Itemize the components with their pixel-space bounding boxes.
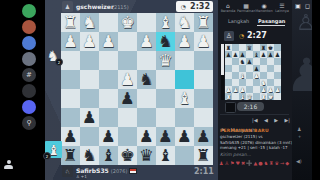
piece-white-knight: ♞ bbox=[261, 79, 266, 86]
square-b5[interactable]: ♝ bbox=[175, 89, 194, 108]
avatar[interactable]: ♘ bbox=[62, 166, 73, 177]
square-g2[interactable]: ♟ bbox=[80, 32, 99, 51]
mini-chess-board[interactable]: ♜♛♜♚♟♟♟♝♟♟♟♞♟♟♝♟♞♟♟♟♟♟♟♜♝♛♜♚ bbox=[225, 44, 281, 100]
background-artwork: ♟ ♙ ▣ ◻ ♟ ＋ ◀) bbox=[292, 0, 312, 180]
emoji-reaction-6[interactable]: ➕ bbox=[246, 160, 252, 166]
square-d7[interactable] bbox=[246, 51, 253, 58]
square-g6[interactable]: ♟ bbox=[80, 108, 99, 127]
emoji-reaction-11[interactable]: ♛ bbox=[275, 160, 279, 166]
news-title: PERMAINAN BARU bbox=[220, 128, 269, 133]
player-rating-bottom: (2076) bbox=[111, 168, 128, 174]
piece-black-knight: ♞ bbox=[139, 70, 154, 89]
square-h3[interactable] bbox=[61, 51, 80, 70]
avatar[interactable]: ♟ bbox=[62, 1, 73, 12]
piece-white-pawn: ♟ bbox=[177, 32, 192, 51]
square-a4[interactable] bbox=[225, 72, 232, 79]
first-move-button[interactable]: |◀ bbox=[252, 117, 258, 123]
square-b5[interactable] bbox=[232, 65, 239, 72]
floating-white-bishop[interactable]: ♝ 2 bbox=[45, 141, 62, 158]
active-tab-underline bbox=[257, 25, 285, 26]
emoji-reaction-9[interactable]: ♞ bbox=[264, 160, 268, 166]
square-b2[interactable]: ♟ bbox=[175, 32, 194, 51]
square-a1[interactable]: ♜ bbox=[194, 13, 213, 32]
piece-black-rook: ♜ bbox=[196, 146, 211, 165]
square-c2[interactable]: ♞ bbox=[156, 32, 175, 51]
piece-white-pawn: ♟ bbox=[240, 86, 245, 93]
square-f1[interactable] bbox=[99, 13, 118, 32]
screen: #⚲ ♟ gschweizer (2115) ◔ 2:32 ♜♞♚♝♞♜♟♟♟♟… bbox=[0, 0, 320, 180]
server-icon-4[interactable] bbox=[22, 52, 36, 66]
piece-white-pawn: ♟ bbox=[196, 32, 211, 51]
mini-black-avatar[interactable] bbox=[225, 102, 236, 113]
piece-black-pawn: ♟ bbox=[196, 127, 211, 146]
pawn-artwork-icon: ♟ bbox=[292, 48, 312, 102]
square-d4[interactable]: ♞ bbox=[137, 70, 156, 89]
server-icon-2[interactable] bbox=[22, 20, 36, 34]
square-f8[interactable]: ♜ bbox=[260, 44, 267, 51]
square-a8[interactable]: ♜ bbox=[225, 44, 232, 51]
emoji-reaction-1[interactable]: ♟ bbox=[219, 160, 223, 166]
square-h8[interactable] bbox=[274, 44, 281, 51]
chat-input[interactable]: Kirim pesan... bbox=[220, 152, 251, 157]
square-g8[interactable]: ♞ bbox=[80, 146, 99, 165]
square-c2[interactable]: ♟ bbox=[239, 86, 246, 93]
square-b6[interactable] bbox=[232, 58, 239, 65]
challenge-pawn-icon[interactable]: ♟ bbox=[297, 126, 301, 132]
piece-black-pawn: ♟ bbox=[275, 51, 280, 58]
square-c3[interactable]: ♛ bbox=[156, 51, 175, 70]
piece-black-pawn: ♟ bbox=[158, 127, 173, 146]
square-g1[interactable]: ♞ bbox=[80, 13, 99, 32]
square-d8[interactable]: ♛ bbox=[246, 44, 253, 51]
square-f7[interactable]: ♟ bbox=[99, 127, 118, 146]
piece-black-pawn: ♟ bbox=[82, 108, 97, 127]
square-h5[interactable] bbox=[61, 89, 80, 108]
square-h3[interactable] bbox=[274, 79, 281, 86]
square-d3[interactable] bbox=[137, 51, 156, 70]
square-a3[interactable] bbox=[225, 79, 232, 86]
piece-black-queen: ♛ bbox=[247, 44, 252, 51]
square-d2[interactable] bbox=[246, 86, 253, 93]
square-f4[interactable] bbox=[99, 70, 118, 89]
search-icon[interactable]: ⚲ bbox=[22, 116, 36, 130]
nav-watch[interactable]: ◉ Menonton bbox=[255, 2, 273, 15]
square-d7[interactable]: ♟ bbox=[137, 127, 156, 146]
piece-white-bishop: ♝ bbox=[177, 89, 192, 108]
piece-white-bishop: ♝ bbox=[240, 72, 245, 79]
square-b1[interactable]: ♞ bbox=[175, 13, 194, 32]
piece-black-bishop: ♝ bbox=[254, 51, 259, 58]
square-e8[interactable] bbox=[253, 44, 260, 51]
clock-top: ◔ 2:32 bbox=[176, 1, 213, 12]
piece-white-rook: ♜ bbox=[63, 13, 78, 32]
divider bbox=[220, 114, 289, 115]
piece-white-pawn: ♟ bbox=[101, 32, 116, 51]
mini-white-avatar[interactable]: ♙ bbox=[224, 31, 234, 41]
piece-white-pawn: ♟ bbox=[268, 86, 273, 93]
nav-home[interactable]: ⌂ Beranda bbox=[219, 2, 237, 15]
count-badge: 2 bbox=[55, 58, 63, 66]
square-b7[interactable]: ♟ bbox=[175, 127, 194, 146]
square-b6[interactable] bbox=[175, 108, 194, 127]
piece-black-knight: ♞ bbox=[82, 146, 97, 165]
square-c6[interactable] bbox=[156, 108, 175, 127]
square-b8[interactable] bbox=[175, 146, 194, 165]
square-e1[interactable]: ♚ bbox=[118, 13, 137, 32]
square-a1[interactable]: ♜ bbox=[225, 93, 232, 100]
square-h4[interactable] bbox=[274, 72, 281, 79]
home-icon: ⌂ bbox=[219, 2, 237, 9]
player-rating-top: (2115) bbox=[112, 4, 129, 10]
square-e5[interactable]: ♟ bbox=[118, 89, 137, 108]
square-g5[interactable] bbox=[267, 65, 274, 72]
piece-black-pawn: ♟ bbox=[63, 127, 78, 146]
square-h6[interactable] bbox=[274, 58, 281, 65]
square-a2[interactable]: ♟ bbox=[194, 32, 213, 51]
square-a8[interactable]: ♜ bbox=[194, 146, 213, 165]
square-c4[interactable] bbox=[156, 70, 175, 89]
piece-white-pawn: ♟ bbox=[120, 70, 135, 89]
square-a7[interactable]: ♟ bbox=[225, 51, 232, 58]
square-d1[interactable]: ♛ bbox=[246, 93, 253, 100]
news-line-3: menang +21 | seri -15 | kalah -17 bbox=[220, 145, 288, 151]
square-e5[interactable]: ♟ bbox=[253, 65, 260, 72]
piece-white-queen: ♛ bbox=[158, 51, 173, 70]
emoji-reaction-5[interactable]: ✖ bbox=[241, 160, 245, 166]
piece-white-rook: ♜ bbox=[226, 93, 231, 100]
player-name-bottom[interactable]: SafirbS35 bbox=[76, 167, 109, 174]
piece-white-king: ♚ bbox=[268, 93, 273, 100]
board-icon: ▦ bbox=[237, 2, 255, 9]
piece-white-knight: ♞ bbox=[177, 13, 192, 32]
square-g8[interactable]: ♚ bbox=[267, 44, 274, 51]
square-h1[interactable] bbox=[274, 93, 281, 100]
square-g5[interactable] bbox=[80, 89, 99, 108]
prev-move-button[interactable]: ◀ bbox=[264, 117, 268, 123]
square-b1[interactable] bbox=[232, 93, 239, 100]
piece-black-rook: ♜ bbox=[261, 44, 266, 51]
user-voice-icon[interactable] bbox=[4, 160, 13, 169]
square-c4[interactable]: ♝ bbox=[239, 72, 246, 79]
piece-black-pawn: ♟ bbox=[240, 51, 245, 58]
square-f3[interactable]: ♞ bbox=[260, 79, 267, 86]
piece-white-bishop: ♝ bbox=[158, 13, 173, 32]
piece-black-pawn: ♟ bbox=[139, 127, 154, 146]
emoji-reaction-13[interactable]: ◆ bbox=[285, 160, 289, 166]
clock-bottom: 2:11 bbox=[194, 167, 214, 176]
square-d1[interactable] bbox=[137, 13, 156, 32]
indonesia-flag-icon bbox=[129, 168, 137, 174]
emoji-reaction-7[interactable]: ▲ bbox=[253, 160, 257, 166]
tab-moves[interactable]: Langkah bbox=[228, 18, 249, 24]
square-b3[interactable] bbox=[232, 79, 239, 86]
square-g2[interactable]: ♟ bbox=[267, 86, 274, 93]
clock-icon: ◔ bbox=[239, 32, 244, 39]
piece-black-rook: ♜ bbox=[226, 44, 231, 51]
square-e4[interactable]: ♟ bbox=[118, 70, 137, 89]
square-c8[interactable] bbox=[239, 44, 246, 51]
square-d3[interactable] bbox=[246, 79, 253, 86]
square-g4[interactable] bbox=[80, 70, 99, 89]
square-b4[interactable] bbox=[232, 72, 239, 79]
square-h8[interactable]: ♜ bbox=[61, 146, 80, 165]
square-c5[interactable] bbox=[239, 65, 246, 72]
square-d2[interactable]: ♟ bbox=[137, 32, 156, 51]
square-f2[interactable]: ♟ bbox=[260, 86, 267, 93]
piece-black-knight: ♞ bbox=[240, 58, 245, 65]
watch-icon: ◉ bbox=[255, 2, 273, 9]
emoji-reaction-12[interactable]: → bbox=[280, 160, 284, 166]
square-b2[interactable]: ♟ bbox=[232, 86, 239, 93]
square-e3[interactable] bbox=[118, 51, 137, 70]
square-h6[interactable] bbox=[61, 108, 80, 127]
square-a3[interactable] bbox=[194, 51, 213, 70]
player-name-top[interactable]: gschweizer bbox=[76, 3, 114, 10]
nav-games[interactable]: ▦ Permainan bbox=[237, 2, 255, 15]
piece-black-pawn: ♟ bbox=[101, 127, 116, 146]
chess-board[interactable]: ♜♞♚♝♞♜♟♟♟♟♞♟♟♛♟♞♟♝♟♟♟♟♟♟♟♜♞♝♚♛♝♜ bbox=[61, 13, 213, 165]
square-e3[interactable] bbox=[253, 79, 260, 86]
square-a6[interactable] bbox=[194, 108, 213, 127]
piece-black-bishop: ♝ bbox=[101, 146, 116, 165]
player-info-bottom: SafirbS35 (2076) bbox=[76, 167, 137, 174]
square-c8[interactable]: ♝ bbox=[156, 146, 175, 165]
square-g1[interactable]: ♚ bbox=[267, 93, 274, 100]
server-icon-5[interactable] bbox=[22, 84, 36, 98]
piece-black-pawn: ♟ bbox=[226, 51, 231, 58]
square-f3[interactable] bbox=[99, 51, 118, 70]
square-g3[interactable] bbox=[80, 51, 99, 70]
piece-black-rook: ♜ bbox=[63, 146, 78, 165]
piece-white-bishop: ♝ bbox=[240, 93, 245, 100]
move-controls: |◀ ◀ ▶ ▶| bbox=[252, 117, 290, 123]
emoji-reaction-3[interactable]: ⚑ bbox=[230, 160, 234, 166]
server-icon-6[interactable] bbox=[22, 100, 36, 114]
more-icon: ☰ bbox=[273, 2, 291, 9]
panel-nav: ⌂ Beranda ▦ Permainan ◉ Menonton ☰ Lainn… bbox=[219, 2, 291, 15]
pawn-artwork-icon: ♙ bbox=[296, 10, 312, 35]
count-badge: 2 bbox=[43, 152, 51, 160]
piece-white-rook: ♜ bbox=[196, 13, 211, 32]
square-d5[interactable] bbox=[246, 65, 253, 72]
add-icon[interactable]: ＋ bbox=[297, 133, 302, 139]
emoji-reaction-10[interactable]: ♜ bbox=[269, 160, 273, 166]
square-f6[interactable] bbox=[99, 108, 118, 127]
piece-black-queen: ♛ bbox=[139, 146, 154, 165]
square-g4[interactable] bbox=[267, 72, 274, 79]
square-a5[interactable] bbox=[194, 89, 213, 108]
piece-white-pawn: ♟ bbox=[82, 32, 97, 51]
emoji-reaction-2[interactable]: ♙ bbox=[224, 160, 228, 166]
square-h7[interactable]: ♟ bbox=[274, 51, 281, 58]
piece-black-bishop: ♝ bbox=[158, 146, 173, 165]
square-c6[interactable]: ♞ bbox=[239, 58, 246, 65]
square-h4[interactable] bbox=[61, 70, 80, 89]
server-icon-3[interactable] bbox=[22, 36, 36, 50]
square-h2[interactable]: ♟ bbox=[274, 86, 281, 93]
server-icon-1[interactable] bbox=[22, 4, 36, 18]
channel-icon[interactable]: # bbox=[22, 68, 36, 82]
square-e6[interactable] bbox=[253, 58, 260, 65]
piece-black-king: ♚ bbox=[268, 44, 273, 51]
square-f4[interactable] bbox=[260, 72, 267, 79]
piece-black-knight: ♞ bbox=[158, 32, 173, 51]
piece-white-pawn: ♟ bbox=[226, 86, 231, 93]
square-e8[interactable]: ♚ bbox=[118, 146, 137, 165]
square-a4[interactable] bbox=[194, 70, 213, 89]
emoji-reaction-8[interactable]: ● bbox=[258, 160, 262, 166]
piece-white-king: ♚ bbox=[120, 13, 135, 32]
piece-white-pawn: ♟ bbox=[261, 86, 266, 93]
square-g6[interactable] bbox=[267, 58, 274, 65]
square-f7[interactable]: ♟ bbox=[260, 51, 267, 58]
square-d6[interactable]: ♟ bbox=[246, 58, 253, 65]
nav-more[interactable]: ☰ Lainnya bbox=[273, 2, 291, 15]
piece-black-pawn: ♟ bbox=[261, 51, 266, 58]
piece-white-pawn: ♟ bbox=[254, 72, 259, 79]
eval-bar bbox=[221, 44, 224, 100]
square-e1[interactable] bbox=[253, 93, 260, 100]
square-f8[interactable]: ♝ bbox=[99, 146, 118, 165]
mini-clock-white: 2:27 bbox=[247, 31, 267, 40]
mini-clock-black: 2:16 bbox=[237, 102, 264, 111]
square-f2[interactable]: ♟ bbox=[99, 32, 118, 51]
material-advantage: ♙ +1 bbox=[76, 174, 87, 179]
square-c5[interactable] bbox=[156, 89, 175, 108]
piece-white-pawn: ♟ bbox=[139, 32, 154, 51]
piece-black-pawn: ♟ bbox=[247, 58, 252, 65]
piece-white-pawn: ♟ bbox=[275, 86, 280, 93]
piece-white-queen: ♛ bbox=[247, 93, 252, 100]
square-h7[interactable]: ♟ bbox=[61, 127, 80, 146]
square-e6[interactable] bbox=[118, 108, 137, 127]
square-a7[interactable]: ♟ bbox=[194, 127, 213, 146]
square-h1[interactable]: ♜ bbox=[61, 13, 80, 32]
discord-sidebar: #⚲ bbox=[0, 0, 45, 180]
square-b3[interactable] bbox=[175, 51, 194, 70]
square-e2[interactable] bbox=[118, 32, 137, 51]
square-b7[interactable]: ♟ bbox=[232, 51, 239, 58]
square-d5[interactable] bbox=[137, 89, 156, 108]
square-a6[interactable] bbox=[225, 58, 232, 65]
piece-black-king: ♚ bbox=[120, 146, 135, 165]
piece-black-pawn: ♟ bbox=[177, 127, 192, 146]
square-g7[interactable]: ♟ bbox=[267, 51, 274, 58]
window-icon[interactable]: ◻ bbox=[305, 2, 310, 9]
square-g3[interactable] bbox=[267, 79, 274, 86]
square-f1[interactable]: ♜ bbox=[260, 93, 267, 100]
piece-black-pawn: ♟ bbox=[254, 65, 259, 72]
square-h5[interactable] bbox=[274, 65, 281, 72]
square-c7[interactable]: ♟ bbox=[239, 51, 246, 58]
next-move-button[interactable]: ▶ bbox=[274, 117, 278, 123]
square-f6[interactable] bbox=[260, 58, 267, 65]
piece-white-pawn: ♟ bbox=[233, 86, 238, 93]
piece-white-pawn: ♟ bbox=[63, 32, 78, 51]
square-b4[interactable] bbox=[175, 70, 194, 89]
square-d8[interactable]: ♛ bbox=[137, 146, 156, 165]
emoji-reaction-row[interactable]: ♟♙⚑♥✖➕▲●♞♜♛→◆ bbox=[219, 160, 293, 166]
last-move-button[interactable]: ▶| bbox=[284, 117, 290, 123]
square-c7[interactable]: ♟ bbox=[156, 127, 175, 146]
share-icon[interactable]: ▣ bbox=[295, 2, 301, 9]
piece-black-pawn: ♟ bbox=[120, 89, 135, 108]
square-e2[interactable] bbox=[253, 86, 260, 93]
square-d6[interactable] bbox=[137, 108, 156, 127]
floating-white-knight[interactable]: ♞ 2 bbox=[44, 47, 62, 65]
square-c1[interactable]: ♝ bbox=[156, 13, 175, 32]
square-a5[interactable] bbox=[225, 65, 232, 72]
square-b8[interactable] bbox=[232, 44, 239, 51]
piece-white-knight: ♞ bbox=[82, 13, 97, 32]
square-e7[interactable]: ♝ bbox=[253, 51, 260, 58]
speaker-icon[interactable]: ◀) bbox=[296, 158, 302, 164]
piece-black-pawn: ♟ bbox=[233, 51, 238, 58]
piece-white-rook: ♜ bbox=[261, 93, 266, 100]
square-c3[interactable] bbox=[239, 79, 246, 86]
square-e4[interactable]: ♟ bbox=[253, 72, 260, 79]
square-d4[interactable] bbox=[246, 72, 253, 79]
square-c1[interactable]: ♝ bbox=[239, 93, 246, 100]
square-f5[interactable] bbox=[99, 89, 118, 108]
emoji-reaction-4[interactable]: ♥ bbox=[235, 160, 239, 166]
tab-pairings[interactable]: Pasangan bbox=[258, 18, 285, 24]
square-h2[interactable]: ♟ bbox=[61, 32, 80, 51]
square-f5[interactable] bbox=[260, 65, 267, 72]
square-a2[interactable]: ♟ bbox=[225, 86, 232, 93]
square-g7[interactable] bbox=[80, 127, 99, 146]
square-e7[interactable] bbox=[118, 127, 137, 146]
piece-black-pawn: ♟ bbox=[268, 51, 273, 58]
clock-icon: ◔ bbox=[181, 3, 186, 10]
